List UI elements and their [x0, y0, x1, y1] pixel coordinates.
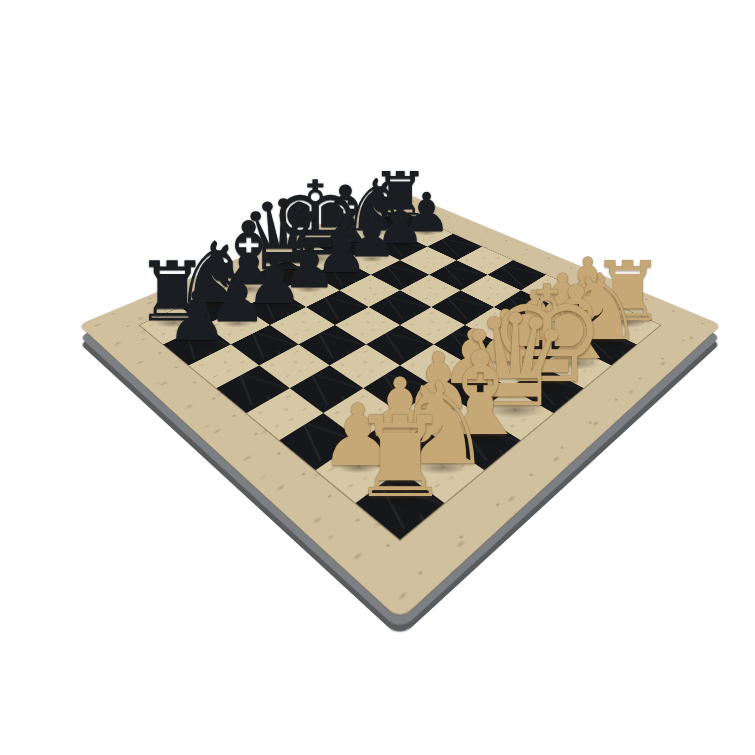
piece-black-pawn-a7: ♟: [166, 283, 228, 352]
pieces-layer: ♜♞♝♛♚♝♞♜♟♟♟♟♟♟♟♟♟♟♟♟♟♟♟♟♜♞♝♛♚♝♞♜: [0, 0, 755, 755]
chess-set-photo: ♜♞♝♛♚♝♞♜♟♟♟♟♟♟♟♟♟♟♟♟♟♟♟♟♜♞♝♛♚♝♞♜: [0, 0, 755, 755]
piece-white-rook-a1: ♜: [350, 402, 450, 514]
